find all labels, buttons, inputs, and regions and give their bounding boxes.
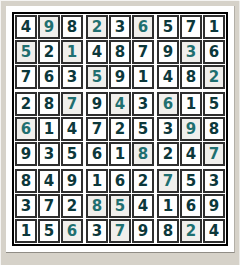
cell-r1c5[interactable]: 3 (109, 15, 131, 39)
cell-r8c5[interactable]: 5 (109, 194, 131, 218)
cell-r6c8[interactable]: 4 (180, 142, 202, 166)
cell-r6c9[interactable]: 7 (203, 142, 225, 166)
box-6: 615398247 (157, 92, 225, 166)
cell-r5c4[interactable]: 7 (86, 117, 108, 141)
cell-r2c1[interactable]: 5 (15, 40, 37, 64)
cell-r9c5[interactable]: 7 (109, 219, 131, 243)
cell-r6c7[interactable]: 2 (157, 142, 179, 166)
cell-r8c3[interactable]: 2 (61, 194, 83, 218)
box-8: 162854379 (86, 169, 154, 243)
cell-r9c6[interactable]: 9 (132, 219, 154, 243)
box-7: 849372156 (15, 169, 83, 243)
cell-r7c1[interactable]: 8 (15, 169, 37, 193)
cell-r9c4[interactable]: 3 (86, 219, 108, 243)
cell-r5c5[interactable]: 2 (109, 117, 131, 141)
cell-r9c7[interactable]: 8 (157, 219, 179, 243)
cell-r6c5[interactable]: 1 (109, 142, 131, 166)
cell-r8c7[interactable]: 1 (157, 194, 179, 218)
box-3: 571936482 (157, 15, 225, 89)
cell-r3c6[interactable]: 1 (132, 65, 154, 89)
cell-r1c4[interactable]: 2 (86, 15, 108, 39)
cell-r6c4[interactable]: 6 (86, 142, 108, 166)
cell-r5c6[interactable]: 5 (132, 117, 154, 141)
cell-r3c1[interactable]: 7 (15, 65, 37, 89)
cell-r4c3[interactable]: 7 (61, 92, 83, 116)
cell-r3c3[interactable]: 3 (61, 65, 83, 89)
cell-r1c7[interactable]: 5 (157, 15, 179, 39)
cell-r8c8[interactable]: 6 (180, 194, 202, 218)
cell-r2c5[interactable]: 8 (109, 40, 131, 64)
box-2: 236487591 (86, 15, 154, 89)
cell-r7c5[interactable]: 6 (109, 169, 131, 193)
cell-r5c1[interactable]: 6 (15, 117, 37, 141)
cell-r4c5[interactable]: 4 (109, 92, 131, 116)
cell-r4c9[interactable]: 5 (203, 92, 225, 116)
cell-r7c3[interactable]: 9 (61, 169, 83, 193)
cell-r9c9[interactable]: 4 (203, 219, 225, 243)
cell-r9c3[interactable]: 6 (61, 219, 83, 243)
cell-r8c1[interactable]: 3 (15, 194, 37, 218)
cell-r7c9[interactable]: 3 (203, 169, 225, 193)
cell-r2c4[interactable]: 4 (86, 40, 108, 64)
cell-r8c2[interactable]: 7 (38, 194, 60, 218)
cell-r6c2[interactable]: 3 (38, 142, 60, 166)
cell-r1c3[interactable]: 8 (61, 15, 83, 39)
cell-r9c8[interactable]: 2 (180, 219, 202, 243)
cell-r1c6[interactable]: 6 (132, 15, 154, 39)
box-1: 498521763 (15, 15, 83, 89)
cell-r5c7[interactable]: 3 (157, 117, 179, 141)
box-9: 753169824 (157, 169, 225, 243)
cell-r1c8[interactable]: 7 (180, 15, 202, 39)
cell-r4c1[interactable]: 2 (15, 92, 37, 116)
cell-r3c4[interactable]: 5 (86, 65, 108, 89)
cell-r6c6[interactable]: 8 (132, 142, 154, 166)
cell-r2c7[interactable]: 9 (157, 40, 179, 64)
cell-r8c9[interactable]: 9 (203, 194, 225, 218)
cell-r8c4[interactable]: 8 (86, 194, 108, 218)
cell-r4c6[interactable]: 3 (132, 92, 154, 116)
cell-r3c7[interactable]: 4 (157, 65, 179, 89)
cell-r8c6[interactable]: 4 (132, 194, 154, 218)
cell-r1c1[interactable]: 4 (15, 15, 37, 39)
cell-r1c2[interactable]: 9 (38, 15, 60, 39)
cell-r4c2[interactable]: 8 (38, 92, 60, 116)
cell-r7c2[interactable]: 4 (38, 169, 60, 193)
cell-r9c2[interactable]: 5 (38, 219, 60, 243)
box-5: 943725618 (86, 92, 154, 166)
board-panel: 4985217632364875915719364822876149359437… (6, 6, 235, 253)
cell-r3c8[interactable]: 8 (180, 65, 202, 89)
cell-r5c9[interactable]: 8 (203, 117, 225, 141)
cell-r7c4[interactable]: 1 (86, 169, 108, 193)
cell-r5c2[interactable]: 1 (38, 117, 60, 141)
cell-r3c9[interactable]: 2 (203, 65, 225, 89)
cell-r3c2[interactable]: 6 (38, 65, 60, 89)
cell-r5c8[interactable]: 9 (180, 117, 202, 141)
cell-r2c3[interactable]: 1 (61, 40, 83, 64)
cell-r7c8[interactable]: 5 (180, 169, 202, 193)
cell-r5c3[interactable]: 4 (61, 117, 83, 141)
cell-r6c1[interactable]: 9 (15, 142, 37, 166)
cell-r9c1[interactable]: 1 (15, 219, 37, 243)
cell-r7c6[interactable]: 2 (132, 169, 154, 193)
cell-r4c8[interactable]: 1 (180, 92, 202, 116)
cell-r2c2[interactable]: 2 (38, 40, 60, 64)
box-4: 287614935 (15, 92, 83, 166)
cell-r3c5[interactable]: 9 (109, 65, 131, 89)
cell-r7c7[interactable]: 7 (157, 169, 179, 193)
cell-r4c7[interactable]: 6 (157, 92, 179, 116)
cell-r4c4[interactable]: 9 (86, 92, 108, 116)
cell-r2c6[interactable]: 7 (132, 40, 154, 64)
cell-r1c9[interactable]: 1 (203, 15, 225, 39)
window-frame: 4985217632364875915719364822876149359437… (0, 0, 240, 265)
sudoku-board: 4985217632364875915719364822876149359437… (12, 12, 228, 246)
cell-r2c8[interactable]: 3 (180, 40, 202, 64)
cell-r6c3[interactable]: 5 (61, 142, 83, 166)
cell-r2c9[interactable]: 6 (203, 40, 225, 64)
